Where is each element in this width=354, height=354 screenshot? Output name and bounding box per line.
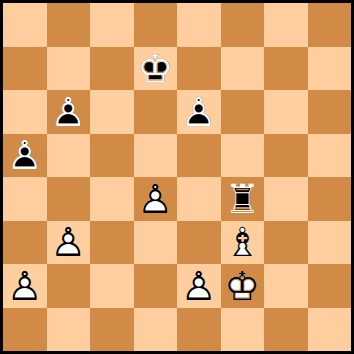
square-h6[interactable]: [308, 90, 352, 134]
white-pawn-outline-icon: ♙: [47, 221, 91, 265]
square-c1[interactable]: [90, 308, 134, 352]
square-g5[interactable]: [264, 134, 308, 178]
square-c3[interactable]: [90, 221, 134, 265]
black-pawn-fill-icon: ♟: [47, 90, 91, 134]
square-a8[interactable]: [3, 3, 47, 47]
white-pawn-fill-icon: ♟: [177, 264, 221, 308]
square-h8[interactable]: [308, 3, 352, 47]
square-a3[interactable]: [3, 221, 47, 265]
square-g2[interactable]: [264, 264, 308, 308]
square-c4[interactable]: [90, 177, 134, 221]
square-g8[interactable]: [264, 3, 308, 47]
square-e2[interactable]: ♟♙: [177, 264, 221, 308]
black-pawn-fill-icon: ♟: [177, 90, 221, 134]
square-f2[interactable]: ♚♔: [221, 264, 265, 308]
white-king-fill-icon: ♚: [221, 264, 265, 308]
white-king-outline-icon: ♔: [221, 264, 265, 308]
square-e6[interactable]: ♟♙: [177, 90, 221, 134]
square-d2[interactable]: [134, 264, 178, 308]
square-h1[interactable]: [308, 308, 352, 352]
white-pawn-fill-icon: ♟: [47, 221, 91, 265]
piece-black-pawn[interactable]: ♟♙: [177, 90, 221, 134]
chess-board: ♚♔♟♙♟♙♟♙♟♙♜♖♟♙♝♗♟♙♟♙♚♔: [3, 3, 351, 351]
square-e3[interactable]: [177, 221, 221, 265]
black-rook-fill-icon: ♜: [221, 177, 265, 221]
black-pawn-fill-icon: ♟: [3, 134, 47, 178]
square-f5[interactable]: [221, 134, 265, 178]
square-h3[interactable]: [308, 221, 352, 265]
black-king-outline-icon: ♔: [134, 47, 178, 91]
square-d1[interactable]: [134, 308, 178, 352]
square-e8[interactable]: [177, 3, 221, 47]
white-pawn-outline-icon: ♙: [177, 264, 221, 308]
square-b6[interactable]: ♟♙: [47, 90, 91, 134]
piece-white-pawn[interactable]: ♟♙: [47, 221, 91, 265]
square-g7[interactable]: [264, 47, 308, 91]
square-g1[interactable]: [264, 308, 308, 352]
square-a7[interactable]: [3, 47, 47, 91]
piece-black-pawn[interactable]: ♟♙: [3, 134, 47, 178]
square-a4[interactable]: [3, 177, 47, 221]
square-d7[interactable]: ♚♔: [134, 47, 178, 91]
square-d4[interactable]: ♟♙: [134, 177, 178, 221]
black-king-fill-icon: ♚: [134, 47, 178, 91]
piece-black-rook[interactable]: ♜♖: [221, 177, 265, 221]
white-bishop-fill-icon: ♝: [221, 221, 265, 265]
white-bishop-outline-icon: ♗: [221, 221, 265, 265]
square-f7[interactable]: [221, 47, 265, 91]
piece-white-king[interactable]: ♚♔: [221, 264, 265, 308]
square-f1[interactable]: [221, 308, 265, 352]
black-rook-outline-icon: ♖: [221, 177, 265, 221]
square-e4[interactable]: [177, 177, 221, 221]
square-e5[interactable]: [177, 134, 221, 178]
black-pawn-outline-icon: ♙: [3, 134, 47, 178]
piece-white-bishop[interactable]: ♝♗: [221, 221, 265, 265]
white-pawn-fill-icon: ♟: [134, 177, 178, 221]
square-c2[interactable]: [90, 264, 134, 308]
square-d6[interactable]: [134, 90, 178, 134]
square-a1[interactable]: [3, 308, 47, 352]
piece-white-pawn[interactable]: ♟♙: [177, 264, 221, 308]
square-a2[interactable]: ♟♙: [3, 264, 47, 308]
square-b8[interactable]: [47, 3, 91, 47]
square-g4[interactable]: [264, 177, 308, 221]
square-h5[interactable]: [308, 134, 352, 178]
square-c5[interactable]: [90, 134, 134, 178]
square-h2[interactable]: [308, 264, 352, 308]
white-pawn-outline-icon: ♙: [134, 177, 178, 221]
piece-white-pawn[interactable]: ♟♙: [3, 264, 47, 308]
square-e1[interactable]: [177, 308, 221, 352]
square-f4[interactable]: ♜♖: [221, 177, 265, 221]
square-b1[interactable]: [47, 308, 91, 352]
square-b2[interactable]: [47, 264, 91, 308]
square-b4[interactable]: [47, 177, 91, 221]
square-b3[interactable]: ♟♙: [47, 221, 91, 265]
square-d3[interactable]: [134, 221, 178, 265]
chess-board-frame: ♚♔♟♙♟♙♟♙♟♙♜♖♟♙♝♗♟♙♟♙♚♔: [0, 0, 354, 354]
piece-black-pawn[interactable]: ♟♙: [47, 90, 91, 134]
white-pawn-outline-icon: ♙: [3, 264, 47, 308]
square-f3[interactable]: ♝♗: [221, 221, 265, 265]
square-f8[interactable]: [221, 3, 265, 47]
square-a5[interactable]: ♟♙: [3, 134, 47, 178]
square-c7[interactable]: [90, 47, 134, 91]
black-pawn-outline-icon: ♙: [47, 90, 91, 134]
square-g6[interactable]: [264, 90, 308, 134]
square-g3[interactable]: [264, 221, 308, 265]
piece-white-pawn[interactable]: ♟♙: [134, 177, 178, 221]
square-b7[interactable]: [47, 47, 91, 91]
square-d5[interactable]: [134, 134, 178, 178]
square-h4[interactable]: [308, 177, 352, 221]
square-h7[interactable]: [308, 47, 352, 91]
piece-black-king[interactable]: ♚♔: [134, 47, 178, 91]
black-pawn-outline-icon: ♙: [177, 90, 221, 134]
white-pawn-fill-icon: ♟: [3, 264, 47, 308]
square-c6[interactable]: [90, 90, 134, 134]
square-b5[interactable]: [47, 134, 91, 178]
square-d8[interactable]: [134, 3, 178, 47]
square-f6[interactable]: [221, 90, 265, 134]
square-e7[interactable]: [177, 47, 221, 91]
square-a6[interactable]: [3, 90, 47, 134]
square-c8[interactable]: [90, 3, 134, 47]
